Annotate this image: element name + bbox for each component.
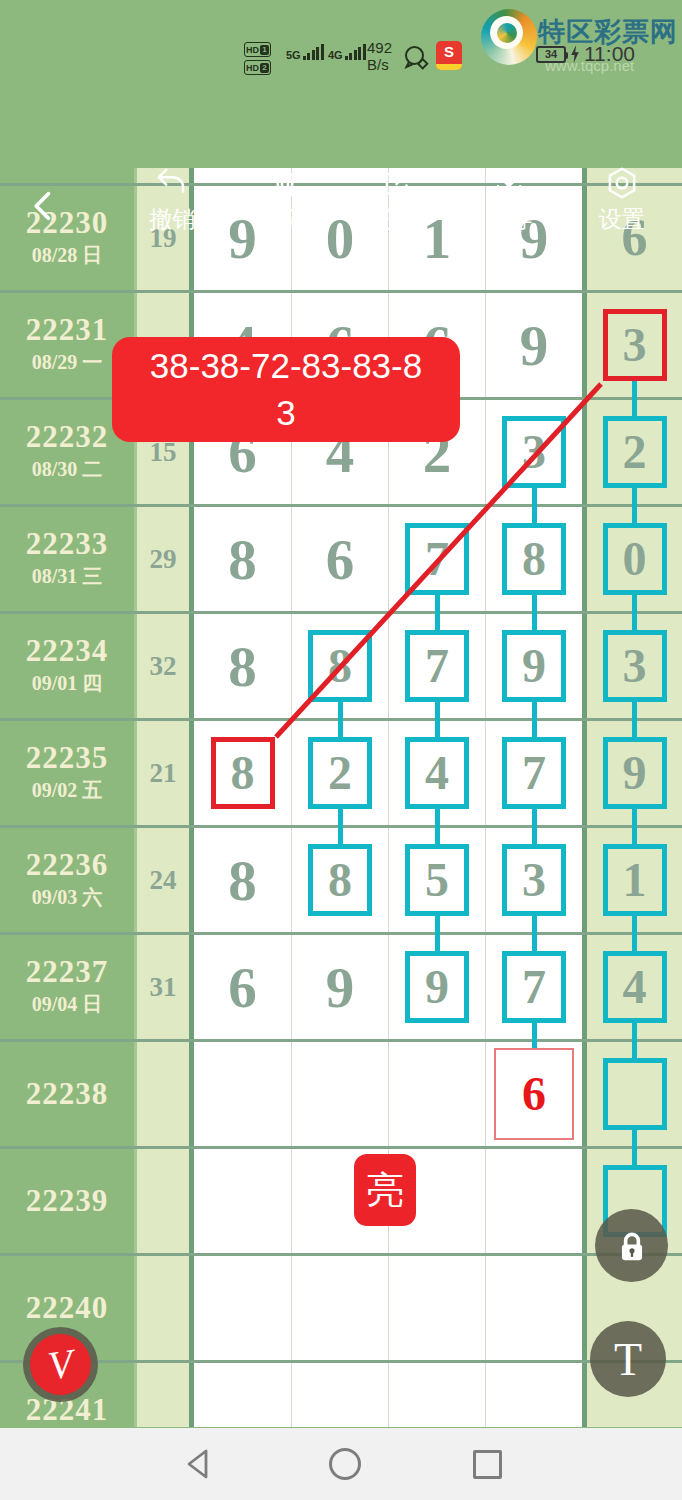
measurement-tooltip: 38-38-72-83-83-8 3	[112, 337, 460, 442]
digit-cell[interactable]	[485, 1149, 582, 1253]
marked-box[interactable]: 7	[405, 630, 469, 702]
digit-cell[interactable]	[194, 1363, 291, 1427]
digit: 8	[228, 531, 257, 588]
digit-cell[interactable]	[291, 1042, 388, 1146]
sum-cell	[137, 1149, 189, 1253]
tail-cell[interactable]: 0	[587, 507, 682, 611]
digit: 8	[328, 856, 352, 904]
digit: 1	[623, 856, 647, 904]
network-speed: 492 B/s	[367, 39, 392, 74]
digit-cell[interactable]: 6	[291, 507, 388, 611]
digit: 4	[623, 963, 647, 1011]
issue-label: 22232	[26, 421, 109, 454]
back-chevron-icon	[24, 186, 64, 226]
message-icon	[402, 44, 430, 76]
marked-box[interactable]: 0	[603, 523, 667, 595]
digit: 9	[520, 317, 549, 374]
tail-cell[interactable]: 2	[587, 400, 682, 504]
sum-cell	[137, 1042, 189, 1146]
trend-row: 22240	[0, 1256, 682, 1363]
digit: 9	[623, 749, 647, 797]
marked-box[interactable]: 3	[502, 416, 566, 488]
marked-box[interactable]: 4	[405, 737, 469, 809]
digit-cell[interactable]: 7	[485, 935, 582, 1039]
digit-cell[interactable]: 9	[485, 293, 582, 397]
digit-cell[interactable]: 7	[388, 507, 485, 611]
sum-value: 29	[150, 544, 177, 575]
digit-cell[interactable]: 8	[194, 614, 291, 718]
digit: 8	[522, 535, 546, 583]
marked-box[interactable]: 2	[308, 737, 372, 809]
tail-cell[interactable]: 1	[587, 828, 682, 932]
digit: 7	[522, 749, 546, 797]
row-label-cell: 2223609/03 六	[0, 828, 134, 932]
row-label-cell: 2223709/04 日	[0, 935, 134, 1039]
marked-box[interactable]: 8	[308, 630, 372, 702]
battery-icon: 34	[536, 46, 566, 63]
status-bar: HD1 HD2 5G 4G 492 B/s S	[0, 0, 682, 80]
marked-box[interactable]	[603, 1058, 667, 1130]
marked-box[interactable]: 9	[405, 951, 469, 1023]
digit: 3	[623, 642, 647, 690]
tail-cell[interactable]	[587, 1042, 682, 1146]
digit-cell[interactable]: 9	[291, 935, 388, 1039]
date-label: 09/04 日	[32, 991, 103, 1018]
marked-box[interactable]: 3	[502, 844, 566, 916]
digit: 9	[425, 963, 449, 1011]
trend-row: 2223509/02 五2182479	[0, 721, 682, 828]
digit-cell[interactable]: 2	[291, 721, 388, 825]
save-button[interactable]: 保存	[453, 164, 565, 248]
liang-marker-badge[interactable]: 亮	[354, 1154, 416, 1226]
marked-box[interactable]: 4	[603, 951, 667, 1023]
row-label-cell: 2223409/01 四	[0, 614, 134, 718]
sum-value: 31	[150, 972, 177, 1003]
undo-icon	[153, 164, 191, 202]
digit-cell[interactable]: 7	[485, 721, 582, 825]
date-label: 09/03 六	[32, 884, 103, 911]
marked-box[interactable]: 3	[603, 630, 667, 702]
sum-cell	[137, 1256, 189, 1360]
save-icon	[490, 164, 528, 202]
issue-label: 22233	[26, 528, 109, 561]
digit: 7	[522, 963, 546, 1011]
clock-time: 11:00	[584, 42, 635, 66]
digit: 3	[522, 856, 546, 904]
marked-box[interactable]: 5	[405, 844, 469, 916]
sum-cell: 32	[137, 614, 189, 718]
digit-cell[interactable]: 5	[388, 828, 485, 932]
marked-box[interactable]: 8	[502, 523, 566, 595]
tail-cell[interactable]: 3	[587, 293, 682, 397]
digit: 8	[328, 642, 352, 690]
sim-indicators: HD1 HD2	[244, 42, 271, 75]
digit: 7	[425, 642, 449, 690]
tail-cell[interactable]: 4	[587, 935, 682, 1039]
issue-label: 22239	[26, 1185, 109, 1218]
digit: 6	[522, 1070, 546, 1118]
trend-row: 222386	[0, 1042, 682, 1149]
digit: 8	[231, 749, 255, 797]
digit-cell[interactable]	[291, 1256, 388, 1360]
digit: 7	[425, 535, 449, 583]
share-button[interactable]: 分享	[341, 164, 453, 248]
date-label: 09/02 五	[32, 777, 103, 804]
issue-label: 22237	[26, 956, 109, 989]
app-screen: HD1 HD2 5G 4G 492 B/s S	[0, 0, 682, 1500]
digit-cell[interactable]: 9	[388, 935, 485, 1039]
digit: 4	[425, 749, 449, 797]
marked-box[interactable]: 7	[502, 737, 566, 809]
sum-value: 21	[150, 758, 177, 789]
row-label-cell: 22238	[0, 1042, 134, 1146]
nav-home-button[interactable]	[329, 1448, 361, 1480]
date-label: 08/29 一	[32, 349, 103, 376]
share-icon	[378, 164, 416, 202]
signal-5g-icon: 5G	[286, 44, 324, 60]
issue-label: 22238	[26, 1078, 109, 1111]
marked-box[interactable]: 9	[603, 737, 667, 809]
sum-cell: 21	[137, 721, 189, 825]
issue-label: 22236	[26, 849, 109, 882]
android-nav-bar	[0, 1428, 682, 1500]
digit-cell[interactable]: 7	[388, 614, 485, 718]
marked-box[interactable]: 8	[308, 844, 372, 916]
row-label-cell	[0, 168, 134, 183]
drawing-toolbar: 撤销 清除 分享 保存	[0, 80, 682, 168]
digit-cell[interactable]: 3	[485, 828, 582, 932]
highlight-box[interactable]: 6	[494, 1048, 574, 1140]
digit-cell[interactable]	[194, 1256, 291, 1360]
sum-cell	[137, 1363, 189, 1427]
digit: 9	[522, 642, 546, 690]
digit-cell[interactable]	[485, 1363, 582, 1427]
lock-button[interactable]	[595, 1209, 668, 1282]
date-label: 08/28 日	[32, 242, 103, 269]
digit-cell[interactable]	[485, 1256, 582, 1360]
digit-cell[interactable]: 8	[291, 614, 388, 718]
digit: 2	[328, 749, 352, 797]
digit-cell[interactable]	[194, 1149, 291, 1253]
issue-label: 22234	[26, 635, 109, 668]
digit: 5	[425, 856, 449, 904]
date-label: 08/30 二	[32, 456, 103, 483]
hd2-icon: HD2	[244, 60, 271, 75]
settings-button[interactable]: 设置	[566, 164, 678, 248]
marked-box[interactable]: 9	[502, 630, 566, 702]
issue-label: 22231	[26, 314, 109, 347]
digit-cell[interactable]: 9	[485, 614, 582, 718]
digit-cell[interactable]: 8	[194, 721, 291, 825]
digit-cell[interactable]: 8	[194, 507, 291, 611]
text-tool-button[interactable]: T	[590, 1321, 666, 1397]
back-button[interactable]	[24, 186, 64, 226]
digit: 0	[623, 535, 647, 583]
trend-row: 2223709/04 日3169974	[0, 935, 682, 1042]
date-label: 08/31 三	[32, 563, 103, 590]
digit: 3	[522, 428, 546, 476]
tail-cell[interactable]: 9	[587, 721, 682, 825]
trend-row: 22239	[0, 1149, 682, 1256]
confirm-tool-button[interactable]: V	[23, 1327, 98, 1402]
issue-label: 22240	[26, 1292, 109, 1325]
trend-row: 2223308/31 三2986780	[0, 507, 682, 614]
row-label-cell: 22239	[0, 1149, 134, 1253]
undo-button[interactable]: 撤销	[116, 164, 228, 248]
digit-cell[interactable]: 8	[194, 828, 291, 932]
site-logo-icon	[481, 9, 537, 65]
row-label-cell: 2223308/31 三	[0, 507, 134, 611]
digit-cell[interactable]: 4	[388, 721, 485, 825]
digit: 8	[228, 638, 257, 695]
digit-cell[interactable]	[291, 1363, 388, 1427]
date-label: 09/01 四	[32, 670, 103, 697]
digit: 2	[623, 428, 647, 476]
digit: 3	[623, 321, 647, 369]
trend-row: 22241	[0, 1363, 682, 1427]
sum-cell: 29	[137, 507, 189, 611]
digit: 8	[228, 852, 257, 909]
issue-label: 22235	[26, 742, 109, 775]
digit-cell[interactable]: 8	[485, 507, 582, 611]
hd1-icon: HD1	[244, 42, 271, 57]
tail-cell[interactable]: 3	[587, 614, 682, 718]
digit: 9	[326, 959, 355, 1016]
sum-cell: 31	[137, 935, 189, 1039]
settings-icon	[603, 164, 641, 202]
highlight-box[interactable]: 3	[603, 309, 667, 381]
clear-button[interactable]: 清除	[229, 164, 341, 248]
marked-box[interactable]: 7	[405, 523, 469, 595]
sum-value: 24	[150, 865, 177, 896]
row-label-cell: 2223008/28 日	[0, 186, 134, 290]
digit: 6	[326, 531, 355, 588]
digit-cell[interactable]: 8	[291, 828, 388, 932]
marked-box[interactable]: 2	[603, 416, 667, 488]
trash-icon	[266, 164, 304, 202]
signal-4g-icon: 4G	[328, 44, 366, 60]
digit-cell[interactable]	[388, 1042, 485, 1146]
nav-back-button[interactable]	[181, 1446, 217, 1482]
app-notification-icon: S	[436, 41, 462, 70]
marked-box[interactable]: 7	[502, 951, 566, 1023]
digit-cell[interactable]: 6	[485, 1042, 582, 1146]
digit-cell[interactable]: 3	[485, 400, 582, 504]
charging-bolt-icon	[570, 45, 580, 63]
trend-row: 2223409/01 四3288793	[0, 614, 682, 721]
trend-row: 2223609/03 六2488531	[0, 828, 682, 935]
text-tool-glyph: T	[614, 1333, 642, 1386]
marked-box[interactable]: 1	[603, 844, 667, 916]
digit-cell[interactable]	[388, 1363, 485, 1427]
lock-icon	[614, 1228, 650, 1264]
row-label-cell: 2223509/02 五	[0, 721, 134, 825]
digit-cell[interactable]	[194, 1042, 291, 1146]
confirm-tool-glyph: V	[26, 1330, 95, 1399]
highlight-box[interactable]: 8	[211, 737, 275, 809]
sum-value: 32	[150, 651, 177, 682]
digit-cell[interactable]: 6	[194, 935, 291, 1039]
digit: 6	[228, 959, 257, 1016]
digit-cell[interactable]	[388, 1256, 485, 1360]
sum-cell: 24	[137, 828, 189, 932]
nav-recents-button[interactable]	[473, 1450, 502, 1479]
